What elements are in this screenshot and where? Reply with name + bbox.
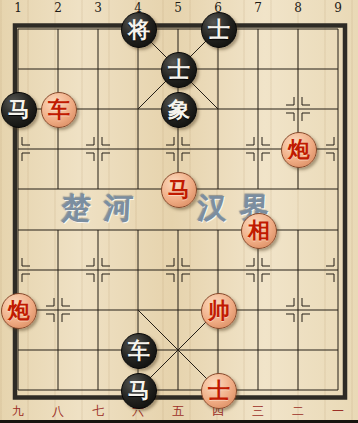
file-label-top-7: 7 <box>254 2 262 15</box>
file-label-top-8: 8 <box>294 2 302 15</box>
piece-red-chariot[interactable]: 车 <box>41 92 77 128</box>
file-label-top-1: 1 <box>14 2 22 15</box>
piece-black-general[interactable]: 将 <box>121 12 157 48</box>
file-label-top-3: 3 <box>94 2 102 15</box>
file-label-top-2: 2 <box>54 2 62 15</box>
file-label-top-9: 9 <box>334 2 342 15</box>
piece-red-cannon-1[interactable]: 炮 <box>281 132 317 168</box>
file-label-bottom-3: 七 <box>92 405 104 418</box>
file-label-bottom-7: 三 <box>252 405 264 418</box>
piece-red-cannon-2[interactable]: 炮 <box>1 293 37 329</box>
file-label-bottom-9: 一 <box>332 405 344 418</box>
file-label-bottom-8: 二 <box>292 405 304 418</box>
piece-black-advisor-2[interactable]: 士 <box>161 52 197 88</box>
file-label-top-5: 5 <box>174 2 182 15</box>
xiangqi-board[interactable]: 123456789 九八七六五四三二一 楚河 汉界 将士士马车象炮马相炮帅车马士 <box>0 0 358 423</box>
file-label-bottom-1: 九 <box>12 405 24 418</box>
piece-red-elephant[interactable]: 相 <box>241 213 277 249</box>
piece-black-elephant[interactable]: 象 <box>161 92 197 128</box>
piece-red-general[interactable]: 帅 <box>201 293 237 329</box>
piece-black-horse-1[interactable]: 马 <box>1 92 37 128</box>
piece-black-horse-2[interactable]: 马 <box>121 373 157 409</box>
piece-black-chariot[interactable]: 车 <box>121 333 157 369</box>
piece-red-horse[interactable]: 马 <box>161 172 197 208</box>
piece-red-advisor[interactable]: 士 <box>201 373 237 409</box>
file-label-bottom-5: 五 <box>172 405 184 418</box>
piece-black-advisor-1[interactable]: 士 <box>201 12 237 48</box>
river-text-left: 楚河 <box>61 191 147 225</box>
file-label-bottom-2: 八 <box>52 405 64 418</box>
